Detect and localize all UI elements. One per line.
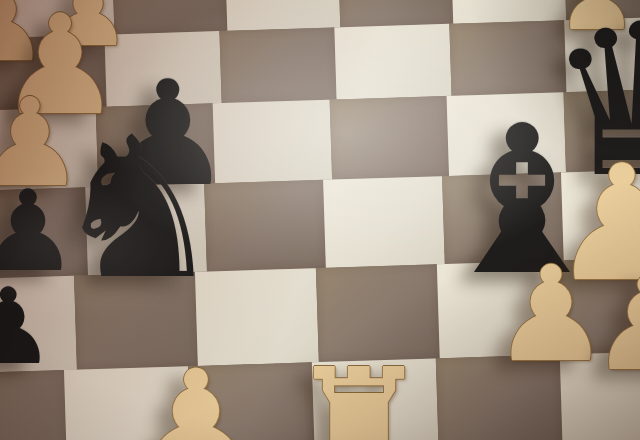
- pieces-layer: ♟♟♟♟♛♟♟♝♟♞♟♟♟♟♟♜: [0, 0, 640, 440]
- black-pawn: ♟: [0, 275, 55, 380]
- white-pawn: ♟: [129, 350, 263, 440]
- chess-board-photo: ♟♟♟♟♛♟♟♝♟♞♟♟♟♟♟♜: [0, 0, 640, 440]
- white-pawn: ♟: [590, 259, 640, 389]
- white-rook: ♜: [287, 348, 430, 440]
- black-knight: ♞: [51, 111, 226, 306]
